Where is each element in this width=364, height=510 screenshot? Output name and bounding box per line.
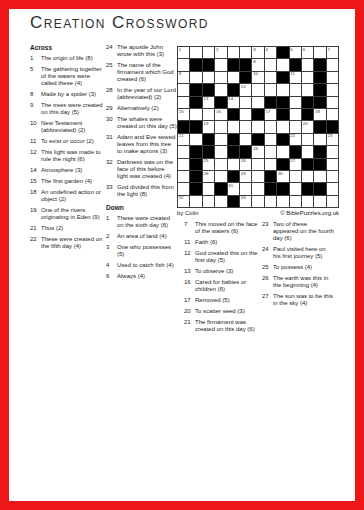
clue-item: 14Atmosphere (3) (30, 167, 103, 174)
grid-cell-r9c9[interactable] (277, 146, 288, 157)
clue-number: 13 (184, 268, 193, 275)
grid-cell-r6c5 (228, 109, 239, 120)
clue-item: 2An area of land (4) (106, 233, 177, 240)
grid-cell-r1c3[interactable] (203, 47, 214, 58)
grid-cell-r9c6 (240, 146, 251, 157)
grid-cell-r10c9 (277, 159, 288, 170)
clue-number: 10 (30, 120, 39, 127)
grid-cell-r5c10[interactable] (290, 97, 301, 108)
clue-item: 19One of the rivers originating in Eden … (30, 207, 103, 221)
clue-number: 33 (106, 184, 115, 191)
clue-number: 21 (30, 225, 39, 232)
cell-number: 8 (253, 59, 255, 64)
grid-cell-r10c10[interactable]: 27 (290, 159, 301, 170)
grid-cell-r7c6[interactable] (240, 121, 251, 132)
across-clues-column-2: 24The apostle John wrote with this (3)25… (106, 44, 177, 284)
clue-item: 25To possess (4) (262, 264, 334, 271)
clue-text: These were created on the sixth day (6) (117, 215, 170, 228)
clue-item: 17Removed (5) (184, 297, 259, 304)
grid-cell-r13c3[interactable] (203, 196, 214, 207)
cell-number: 23 (327, 133, 332, 138)
grid-cell-r4c9[interactable] (277, 84, 288, 95)
grid-cell-r13c11[interactable] (302, 196, 313, 207)
cell-number: 17 (266, 109, 271, 114)
clue-item: 24The apostle John wrote with this (3) (106, 44, 177, 58)
grid-cell-r4c1[interactable] (178, 84, 189, 95)
clue-item: 10New Testament (abbreviated) (2) (30, 120, 103, 134)
grid-cell-r4c4[interactable] (215, 84, 226, 95)
grid-cell-r11c13[interactable] (327, 171, 338, 182)
grid-cell-r9c8[interactable] (265, 146, 276, 157)
grid-cell-r2c13[interactable] (327, 59, 338, 70)
grid-cell-r7c2 (190, 121, 201, 132)
cell-number: 19 (204, 121, 209, 126)
cell-number: 22 (290, 133, 295, 138)
clue-item: 21Thus (2) (30, 225, 103, 232)
grid-cell-r8c5 (228, 134, 239, 145)
clue-item: 25The name of the firmament which God cr… (106, 62, 177, 83)
grid-cell-r2c5 (228, 59, 239, 70)
grid-cell-r7c4[interactable] (215, 121, 226, 132)
grid-cell-r7c1 (178, 121, 189, 132)
grid-cell-r3c6 (240, 72, 251, 83)
down-clues-column-3: 7This moved on the face of the waters (6… (184, 221, 259, 337)
grid-cell-r5c2 (190, 97, 201, 108)
grid-cell-r4c2 (190, 84, 201, 95)
grid-cell-r13c6[interactable]: 33 (240, 196, 251, 207)
grid-cell-r12c4 (215, 183, 226, 194)
grid-cell-r11c1[interactable] (178, 171, 189, 182)
cell-number: 14 (228, 96, 233, 101)
grid-cell-r7c8[interactable] (265, 121, 276, 132)
grid-cell-r12c13[interactable] (327, 183, 338, 194)
grid-cell-r3c7[interactable]: 10 (252, 72, 263, 83)
cell-number: 28 (204, 171, 209, 176)
author-byline: by Colin (177, 210, 199, 216)
grid-cell-r12c3[interactable] (203, 183, 214, 194)
clue-text: To scatter seed (3) (195, 308, 245, 314)
grid-cell-r13c7[interactable] (252, 196, 263, 207)
grid-cell-r8c1[interactable]: 21 (178, 134, 189, 145)
grid-cell-r4c7[interactable] (252, 84, 263, 95)
grid-cell-r1c13[interactable]: 7 (327, 47, 338, 58)
grid-cell-r2c7[interactable]: 8 (252, 59, 263, 70)
grid-cell-r1c12[interactable] (314, 47, 325, 58)
grid-cell-r8c10[interactable]: 22 (290, 134, 301, 145)
cell-number: 9 (179, 71, 181, 76)
clue-text: The name of the firmament which God crea… (117, 62, 174, 82)
grid-cell-r6c8[interactable]: 17 (265, 109, 276, 120)
grid-cell-r11c12[interactable] (314, 171, 325, 182)
grid-cell-r6c3[interactable] (203, 109, 214, 120)
clue-text: The trees were created on this day (5) (41, 102, 103, 115)
grid-cell-r7c9[interactable] (277, 121, 288, 132)
clue-text: Cared for babies or children (6) (195, 279, 246, 292)
clue-item: 29Alternatively (2) (106, 105, 177, 112)
grid-cell-r3c13[interactable] (327, 72, 338, 83)
clue-text: An undefined action or object (2) (41, 189, 101, 202)
grid-cell-r2c1[interactable] (178, 59, 189, 70)
grid-cell-r11c11[interactable] (302, 171, 313, 182)
grid-cell-r1c8[interactable]: 4 (265, 47, 276, 58)
grid-cell-r5c13[interactable] (327, 97, 338, 108)
crossword-grid-wrap: 1234567891011121314151617181920212223242… (177, 46, 339, 208)
grid-cell-r7c11[interactable]: 20 (302, 121, 313, 132)
grid-cell-r5c6[interactable] (240, 97, 251, 108)
clue-number: 23 (262, 221, 271, 228)
grid-cell-r10c3[interactable]: 25 (203, 159, 214, 170)
cell-number: 31 (228, 183, 233, 188)
grid-cell-r7c5[interactable] (228, 121, 239, 132)
grid-cell-r6c6[interactable] (240, 109, 251, 120)
clue-number: 30 (106, 116, 115, 123)
grid-cell-r5c9 (277, 97, 288, 108)
clue-number: 32 (106, 159, 115, 166)
grid-cell-r5c3[interactable]: 13 (203, 97, 214, 108)
grid-cell-r2c10 (290, 59, 301, 70)
clue-number: 31 (106, 134, 115, 141)
cell-number: 15 (179, 109, 184, 114)
clue-text: Made by a spider (3) (41, 91, 96, 97)
grid-cell-r9c12 (314, 146, 325, 157)
grid-cell-r10c7[interactable] (252, 159, 263, 170)
clue-text: The firmament was created on this day (6… (195, 319, 255, 332)
clue-item: 31Adam and Eve sewed leaves from this tr… (106, 134, 177, 155)
grid-cell-r4c13[interactable] (327, 84, 338, 95)
cell-number: 1 (179, 47, 181, 52)
clue-text: New Testament (abbreviated) (2) (41, 120, 85, 133)
cell-number: 18 (315, 109, 320, 114)
clue-number: 14 (30, 167, 39, 174)
grid-cell-r13c13[interactable] (327, 196, 338, 207)
grid-cell-r4c6[interactable]: 12 (240, 84, 251, 95)
clue-number: 11 (184, 239, 193, 246)
grid-cell-r13c8[interactable] (265, 196, 276, 207)
grid-cell-r1c5[interactable] (228, 47, 239, 58)
grid-cell-r11c7[interactable] (252, 171, 263, 182)
clue-number: 6 (106, 273, 115, 280)
down-clue-list-1: 1These were created on the sixth day (6)… (106, 215, 177, 280)
down-clue-list-2: 7This moved on the face of the waters (6… (184, 221, 259, 333)
clue-number: 1 (106, 215, 115, 222)
grid-cell-r8c3 (203, 134, 214, 145)
clue-item: 33God divided this from the light (8) (106, 184, 177, 198)
grid-cell-r11c2 (190, 171, 201, 182)
grid-cell-r6c9 (277, 109, 288, 120)
clue-item: 27The sun was to be this in the sky (4) (262, 293, 334, 307)
grid-cell-r11c9[interactable]: 30 (277, 171, 288, 182)
grid-cell-r12c9 (277, 183, 288, 194)
cell-number: 24 (253, 146, 258, 151)
clue-text: Always (4) (117, 273, 145, 279)
clue-item: 8Made by a spider (3) (30, 91, 103, 98)
grid-cell-r3c10[interactable]: 11 (290, 72, 301, 83)
grid-cell-r9c2 (190, 146, 201, 157)
clue-text: This moved on the face of the waters (6) (195, 221, 257, 234)
grid-cell-r8c4[interactable] (215, 134, 226, 145)
grid-cell-r1c6[interactable] (240, 47, 251, 58)
clue-number: 17 (184, 297, 193, 304)
clue-number: 8 (30, 91, 39, 98)
clue-number: 24 (106, 44, 115, 51)
grid-cell-r3c1[interactable]: 9 (178, 72, 189, 83)
clue-item: 12This light was made to rule the night … (30, 149, 103, 163)
grid-cell-r13c4[interactable] (215, 196, 226, 207)
cell-number: 26 (241, 158, 246, 163)
grid-cell-r12c6[interactable] (240, 183, 251, 194)
grid-cell-r11c8 (265, 171, 276, 182)
across-clue-list-1: 1The origin of life (8)5The gathering to… (30, 55, 103, 250)
grid-cell-r7c10[interactable] (290, 121, 301, 132)
clue-number: 26 (262, 275, 271, 282)
grid-cell-r1c1[interactable]: 1 (178, 47, 189, 58)
grid-cell-r4c11[interactable] (302, 84, 313, 95)
grid-cell-r12c8 (265, 183, 276, 194)
clue-number: 28 (106, 87, 115, 94)
grid-cell-r8c8[interactable] (265, 134, 276, 145)
grid-cell-r3c4[interactable] (215, 72, 226, 83)
grid-cell-r12c5[interactable]: 31 (228, 183, 239, 194)
clue-text: These were created on the fifth day (4) (41, 236, 102, 249)
clue-text: Faith (6) (195, 239, 217, 245)
clue-item: 20To scatter seed (3) (184, 308, 259, 315)
cell-number: 11 (290, 71, 295, 76)
clue-text: Adam and Eve sewed leaves from this tree… (117, 134, 175, 154)
grid-cell-r12c7[interactable] (252, 183, 263, 194)
clue-text: Atmosphere (3) (41, 167, 82, 173)
grid-cell-r4c5 (228, 84, 239, 95)
clue-text: In the year of our Lord (abbreviated) (2… (117, 87, 176, 100)
grid-cell-r3c3[interactable] (203, 72, 214, 83)
clue-item: 11To exist or occur (2) (30, 138, 103, 145)
clue-item: 5The gathering together of the waters we… (30, 66, 103, 87)
grid-cell-r4c10[interactable] (290, 84, 301, 95)
clue-item: 4Used to catch fish (4) (106, 262, 177, 269)
grid-cell-r10c2 (190, 159, 201, 170)
clue-text: To exist or occur (2) (41, 138, 94, 144)
clue-item: 18An undefined action or object (2) (30, 189, 103, 203)
clue-text: The origin of life (8) (41, 55, 93, 61)
clue-number: 2 (106, 233, 115, 240)
grid-cell-r11c6[interactable]: 29 (240, 171, 251, 182)
clue-text: To observe (3) (195, 268, 233, 274)
clue-item: 22These were created on the fifth day (4… (30, 236, 103, 250)
clue-item: 24Paul visited here on his first journey… (262, 246, 334, 260)
grid-cell-r2c12 (314, 59, 325, 70)
grid-cell-r13c2[interactable] (190, 196, 201, 207)
grid-cell-r13c5 (228, 196, 239, 207)
grid-cell-r8c13[interactable]: 23 (327, 134, 338, 145)
clue-item: 3One who possesses (5) (106, 244, 177, 258)
grid-cell-r1c7[interactable]: 3 (252, 47, 263, 58)
clue-text: The earth was this in the beginning (4) (273, 275, 328, 288)
clue-text: One who possesses (5) (117, 244, 171, 257)
clue-number: 24 (262, 246, 271, 253)
grid-cell-r12c1[interactable] (178, 183, 189, 194)
down-header: Down (106, 204, 177, 211)
grid-cell-r2c11[interactable] (302, 59, 313, 70)
grid-cell-r3c5[interactable] (228, 72, 239, 83)
cell-number: 3 (253, 47, 255, 52)
grid-cell-r11c10[interactable] (290, 171, 301, 182)
clue-item: 11Faith (6) (184, 239, 259, 246)
grid-cell-r12c12 (314, 183, 325, 194)
grid-cell-r7c12 (314, 121, 325, 132)
clue-number: 1 (30, 55, 39, 62)
clue-text: Paul visited here on his first journey (… (273, 246, 326, 259)
clue-item: 12God created this on the first day (5) (184, 250, 259, 264)
grid-cell-r10c4[interactable] (215, 159, 226, 170)
grid-cell-r9c3 (203, 146, 214, 157)
clue-number: 11 (30, 138, 39, 145)
grid-cell-r10c6[interactable]: 26 (240, 159, 251, 170)
clue-item: 13To observe (3) (184, 268, 259, 275)
grid-cell-r4c8[interactable] (265, 84, 276, 95)
page-title: Creation Crossword (30, 13, 209, 33)
grid-cell-r1c11[interactable]: 6 (302, 47, 313, 58)
grid-cell-r13c12[interactable] (314, 196, 325, 207)
grid-cell-r3c12 (314, 72, 325, 83)
grid-cell-r6c11 (302, 109, 313, 120)
grid-cell-r7c7[interactable] (252, 121, 263, 132)
cell-number: 12 (241, 84, 246, 89)
clue-number: 7 (184, 221, 193, 228)
grid-cell-r9c7[interactable]: 24 (252, 146, 263, 157)
grid-cell-r2c9[interactable] (277, 59, 288, 70)
clue-text: To possess (4) (273, 264, 312, 270)
grid-cell-r9c4[interactable] (215, 146, 226, 157)
clue-item: 16Cared for babies or children (6) (184, 279, 259, 293)
clue-number: 29 (106, 105, 115, 112)
grid-cell-r10c5[interactable] (228, 159, 239, 170)
grid-cell-r5c4 (215, 97, 226, 108)
clue-text: One of the rivers originating in Eden (9… (41, 207, 100, 220)
grid-cell-r1c10[interactable]: 5 (290, 47, 301, 58)
clue-item: 21The firmament was created on this day … (184, 319, 259, 333)
grid-cell-r4c12 (314, 84, 325, 95)
grid-cell-r11c3[interactable]: 28 (203, 171, 214, 182)
grid-cell-r12c11 (302, 183, 313, 194)
copyright-notice: © BiblePuzzles.org.uk (280, 210, 339, 216)
down-clues-column-4: 23Two of these appeared on the fourth da… (262, 221, 334, 311)
grid-cell-r5c12 (314, 97, 325, 108)
grid-cell-r9c1[interactable] (178, 146, 189, 157)
grid-cell-r6c4[interactable]: 16 (215, 109, 226, 120)
clue-text: Thus (2) (41, 225, 63, 231)
grid-cell-r2c6 (240, 59, 251, 70)
cell-number: 7 (327, 47, 329, 52)
clue-item: 28In the year of our Lord (abbreviated) … (106, 87, 177, 101)
clue-item: 15The first garden (4) (30, 178, 103, 185)
clue-text: An area of land (4) (117, 233, 167, 239)
cell-number: 29 (241, 171, 246, 176)
clue-text: God created this on the first day (5) (195, 250, 257, 263)
cell-number: 32 (179, 195, 184, 200)
grid-cell-r11c4[interactable] (215, 171, 226, 182)
grid-cell-r3c11[interactable] (302, 72, 313, 83)
grid-cell-r8c2[interactable] (190, 134, 201, 145)
clue-item: 26The earth was this in the beginning (4… (262, 275, 334, 289)
grid-cell-r1c4[interactable]: 2 (215, 47, 226, 58)
clue-item: 1These were created on the sixth day (6) (106, 215, 177, 229)
grid-cell-r5c7[interactable] (252, 97, 263, 108)
clue-number: 25 (106, 62, 115, 69)
grid-cell-r9c13[interactable] (327, 146, 338, 157)
grid-cell-r5c1[interactable] (178, 97, 189, 108)
grid-cell-r8c12[interactable] (314, 134, 325, 145)
grid-cell-r13c10[interactable] (290, 196, 301, 207)
grid-cell-r1c9 (277, 47, 288, 58)
clue-number: 5 (30, 66, 39, 73)
clue-text: The first garden (4) (41, 178, 92, 184)
grid-cell-r10c8[interactable] (265, 159, 276, 170)
grid-cell-r5c5[interactable]: 14 (228, 97, 239, 108)
clue-item: 1The origin of life (8) (30, 55, 103, 62)
crossword-grid: 1234567891011121314151617181920212223242… (177, 46, 339, 208)
cell-number: 33 (241, 195, 246, 200)
cell-number: 25 (204, 158, 209, 163)
grid-cell-r5c8 (265, 97, 276, 108)
grid-cell-r10c1[interactable] (178, 159, 189, 170)
grid-cell-r12c10[interactable] (290, 183, 301, 194)
grid-cell-r10c12 (314, 159, 325, 170)
clue-number: 22 (30, 236, 39, 243)
across-clues-column-1: Across 1The origin of life (8)5The gathe… (30, 44, 103, 254)
clue-text: Removed (5) (195, 297, 230, 303)
grid-cell-r10c11 (302, 159, 313, 170)
grid-cell-r9c11[interactable] (302, 146, 313, 157)
clue-text: The gathering together of the waters wer… (41, 66, 102, 86)
clue-item: 32Darkness was on the face of this befor… (106, 159, 177, 180)
down-clue-list-3: 23Two of these appeared on the fourth da… (262, 221, 334, 307)
grid-cell-r8c7 (252, 134, 263, 145)
cell-number: 4 (266, 47, 268, 52)
cell-number: 2 (216, 47, 218, 52)
clue-text: The apostle John wrote with this (3) (117, 44, 164, 57)
clue-text: Darkness was on the face of this before … (117, 159, 173, 179)
across-header: Across (30, 44, 103, 51)
cell-number: 27 (290, 158, 295, 163)
clue-number: 18 (30, 189, 39, 196)
grid-cell-r6c13[interactable] (327, 109, 338, 120)
grid-cell-r9c10 (290, 146, 301, 157)
grid-cell-r12c2 (190, 183, 201, 194)
grid-cell-r10c13[interactable] (327, 159, 338, 170)
clue-number: 12 (184, 250, 193, 257)
grid-cell-r13c9[interactable] (277, 196, 288, 207)
clue-number: 15 (30, 178, 39, 185)
grid-cell-r8c6[interactable] (240, 134, 251, 145)
clue-text: Used to catch fish (4) (117, 262, 174, 268)
grid-cell-r13c1[interactable]: 32 (178, 196, 189, 207)
grid-cell-r6c12[interactable]: 18 (314, 109, 325, 120)
grid-cell-r6c2[interactable] (190, 109, 201, 120)
grid-cell-r2c8[interactable] (265, 59, 276, 70)
grid-cell-r8c11[interactable] (302, 134, 313, 145)
cell-number: 5 (290, 47, 292, 52)
clue-number: 27 (262, 293, 271, 300)
grid-cell-r3c2[interactable] (190, 72, 201, 83)
grid-cell-r1c2[interactable] (190, 47, 201, 58)
across-clue-list-2: 24The apostle John wrote with this (3)25… (106, 44, 177, 198)
clue-item: 23Two of these appeared on the fourth da… (262, 221, 334, 242)
clue-item: 6Always (4) (106, 273, 177, 280)
grid-cell-r6c10[interactable] (290, 109, 301, 120)
grid-cell-r2c4[interactable] (215, 59, 226, 70)
grid-cell-r7c3[interactable]: 19 (203, 121, 214, 132)
grid-cell-r6c1[interactable]: 15 (178, 109, 189, 120)
grid-cell-r3c8[interactable] (265, 72, 276, 83)
